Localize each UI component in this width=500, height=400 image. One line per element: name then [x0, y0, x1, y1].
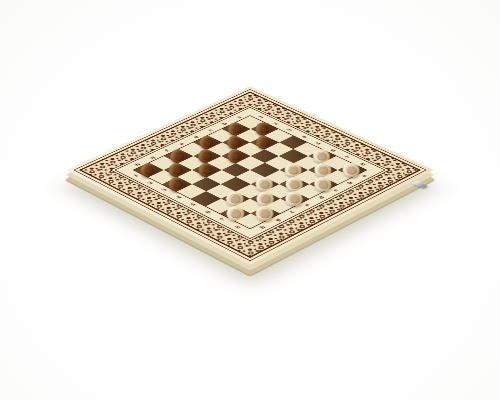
ornament-border: hgfedcba hgfedcba 12345678 12345678 ●●●●… [79, 92, 421, 258]
metal-clasp-icon [412, 181, 428, 189]
checkers-board: hgfedcba hgfedcba 12345678 12345678 ●●●●… [66, 86, 434, 265]
coordinate-frame: hgfedcba hgfedcba 12345678 12345678 ●●●●… [114, 107, 386, 239]
board-grid: ●●●●●●●●●●●●●●●●●●●●●●●● [133, 115, 368, 229]
photo-background: hgfedcba hgfedcba 12345678 12345678 ●●●●… [0, 0, 500, 400]
inner-frame: hgfedcba hgfedcba 12345678 12345678 ●●●●… [110, 105, 390, 241]
